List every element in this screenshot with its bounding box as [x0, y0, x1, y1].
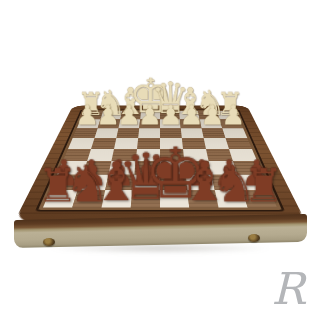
brass-clasp-left: [43, 238, 55, 246]
square-a3: [222, 128, 247, 138]
square-e2: ♟: [139, 119, 160, 128]
square-a4: [226, 138, 252, 149]
square-d2: ♟: [160, 119, 181, 128]
piece-brown-rook: ♜: [242, 163, 283, 209]
playfield: ♜♞♝♚♛♝♞♜♟♟♟♟♟♟♟♟♟♟♟♟♟♟♟♟♜♞♝♛♚♝♞♜: [35, 109, 285, 211]
square-g4: [91, 138, 116, 149]
product-photo-stage: ♜♞♝♚♛♝♞♜♟♟♟♟♟♟♟♟♟♟♟♟♟♟♟♟♜♞♝♛♚♝♞♜ R: [0, 0, 320, 320]
square-c2: ♟: [180, 119, 202, 128]
brass-clasp-right: [248, 234, 260, 242]
square-f3: [116, 128, 139, 138]
square-a2: ♟: [219, 119, 243, 128]
piece-white-pawn: ♟: [221, 102, 245, 129]
square-h4: [68, 138, 94, 149]
square-b4: [204, 138, 229, 149]
watermark-letter: R: [271, 263, 304, 314]
square-g3: [94, 128, 118, 138]
square-b2: ♟: [200, 119, 223, 128]
square-a8: ♜: [242, 190, 277, 207]
chess-board-frame: ♜♞♝♚♛♝♞♜♟♟♟♟♟♟♟♟♟♟♟♟♟♟♟♟♜♞♝♛♚♝♞♜: [14, 106, 306, 222]
